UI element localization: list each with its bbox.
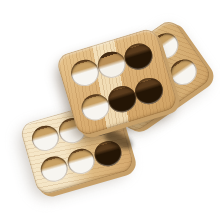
- board-center: [55, 27, 179, 138]
- product-photo-stage: [0, 0, 220, 220]
